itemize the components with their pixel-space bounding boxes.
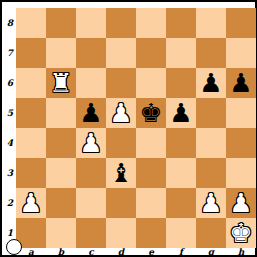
rank-label-6: 6 — [4, 68, 16, 98]
square-g2[interactable]: ♟ — [196, 188, 226, 218]
chess-board: ♜♟♟♟♟♚♟♟♝♟♟♟♚ — [16, 8, 256, 248]
file-label-h: h — [226, 246, 256, 257]
square-c1[interactable] — [76, 218, 106, 248]
square-d5[interactable]: ♟ — [106, 98, 136, 128]
square-d1[interactable] — [106, 218, 136, 248]
square-f5[interactable]: ♟ — [166, 98, 196, 128]
square-g3[interactable] — [196, 158, 226, 188]
square-f1[interactable] — [166, 218, 196, 248]
square-e4[interactable] — [136, 128, 166, 158]
square-f6[interactable] — [166, 68, 196, 98]
square-h1[interactable]: ♚ — [226, 218, 256, 248]
square-h7[interactable] — [226, 38, 256, 68]
rank-label-5: 5 — [4, 98, 16, 128]
white-to-move-indicator — [6, 239, 22, 255]
square-b8[interactable] — [46, 8, 76, 38]
square-h4[interactable] — [226, 128, 256, 158]
diagram-frame: 87654321 ♜♟♟♟♟♚♟♟♝♟♟♟♚ abcdefgh — [0, 0, 257, 257]
square-c8[interactable] — [76, 8, 106, 38]
square-f7[interactable] — [166, 38, 196, 68]
square-e5[interactable]: ♚ — [136, 98, 166, 128]
piece-black-pawn[interactable]: ♟ — [229, 70, 252, 96]
square-e7[interactable] — [136, 38, 166, 68]
square-b4[interactable] — [46, 128, 76, 158]
square-d7[interactable] — [106, 38, 136, 68]
rank-labels: 87654321 — [4, 8, 16, 248]
square-f8[interactable] — [166, 8, 196, 38]
file-label-g: g — [196, 246, 226, 257]
piece-white-pawn[interactable]: ♟ — [109, 100, 132, 126]
square-a7[interactable] — [16, 38, 46, 68]
piece-black-pawn[interactable]: ♟ — [169, 100, 192, 126]
square-a8[interactable] — [16, 8, 46, 38]
file-label-d: d — [106, 246, 136, 257]
square-e8[interactable] — [136, 8, 166, 38]
square-c6[interactable] — [76, 68, 106, 98]
file-label-b: b — [46, 246, 76, 257]
square-d2[interactable] — [106, 188, 136, 218]
square-b1[interactable] — [46, 218, 76, 248]
piece-black-pawn[interactable]: ♟ — [79, 100, 102, 126]
piece-black-king[interactable]: ♚ — [139, 100, 162, 126]
square-h6[interactable]: ♟ — [226, 68, 256, 98]
square-g5[interactable] — [196, 98, 226, 128]
square-b5[interactable] — [46, 98, 76, 128]
square-f4[interactable] — [166, 128, 196, 158]
piece-white-rook[interactable]: ♜ — [49, 70, 72, 96]
square-g7[interactable] — [196, 38, 226, 68]
piece-white-pawn[interactable]: ♟ — [199, 190, 222, 216]
square-g4[interactable] — [196, 128, 226, 158]
square-d3[interactable]: ♝ — [106, 158, 136, 188]
file-label-e: e — [136, 246, 166, 257]
square-g8[interactable] — [196, 8, 226, 38]
piece-white-pawn[interactable]: ♟ — [79, 130, 102, 156]
file-labels: abcdefgh — [16, 246, 256, 257]
square-a5[interactable] — [16, 98, 46, 128]
square-h2[interactable]: ♟ — [226, 188, 256, 218]
square-c7[interactable] — [76, 38, 106, 68]
square-e1[interactable] — [136, 218, 166, 248]
square-b2[interactable] — [46, 188, 76, 218]
square-d4[interactable] — [106, 128, 136, 158]
square-h3[interactable] — [226, 158, 256, 188]
square-g1[interactable] — [196, 218, 226, 248]
square-d8[interactable] — [106, 8, 136, 38]
square-f3[interactable] — [166, 158, 196, 188]
square-b3[interactable] — [46, 158, 76, 188]
square-c2[interactable] — [76, 188, 106, 218]
square-a3[interactable] — [16, 158, 46, 188]
square-e2[interactable] — [136, 188, 166, 218]
square-h8[interactable] — [226, 8, 256, 38]
piece-black-bishop[interactable]: ♝ — [109, 160, 132, 186]
square-g6[interactable]: ♟ — [196, 68, 226, 98]
file-label-f: f — [166, 246, 196, 257]
square-d6[interactable] — [106, 68, 136, 98]
square-e3[interactable] — [136, 158, 166, 188]
rank-label-3: 3 — [4, 158, 16, 188]
piece-white-pawn[interactable]: ♟ — [229, 190, 252, 216]
rank-label-2: 2 — [4, 188, 16, 218]
square-e6[interactable] — [136, 68, 166, 98]
square-c3[interactable] — [76, 158, 106, 188]
square-a6[interactable] — [16, 68, 46, 98]
piece-black-pawn[interactable]: ♟ — [199, 70, 222, 96]
rank-label-4: 4 — [4, 128, 16, 158]
piece-white-pawn[interactable]: ♟ — [19, 190, 42, 216]
square-a4[interactable] — [16, 128, 46, 158]
square-c4[interactable]: ♟ — [76, 128, 106, 158]
piece-white-king[interactable]: ♚ — [229, 220, 252, 246]
square-b7[interactable] — [46, 38, 76, 68]
square-h5[interactable] — [226, 98, 256, 128]
rank-label-8: 8 — [4, 8, 16, 38]
square-c5[interactable]: ♟ — [76, 98, 106, 128]
square-a2[interactable]: ♟ — [16, 188, 46, 218]
square-f2[interactable] — [166, 188, 196, 218]
file-label-c: c — [76, 246, 106, 257]
rank-label-7: 7 — [4, 38, 16, 68]
square-b6[interactable]: ♜ — [46, 68, 76, 98]
